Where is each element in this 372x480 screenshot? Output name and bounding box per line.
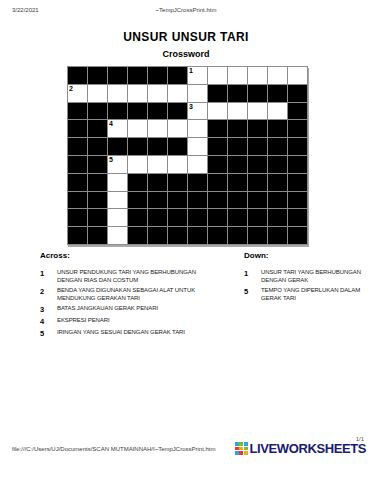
logo-icon-square — [244, 447, 248, 451]
block-cell — [268, 138, 287, 155]
letter-cell[interactable] — [188, 120, 207, 137]
letter-cell[interactable] — [208, 103, 227, 120]
crossword-grid: 12345 — [67, 66, 308, 245]
clue-item: 2BENDA YANG DIGUNAKAN SEBAGAI ALAT UNTUK… — [40, 287, 217, 302]
block-cell — [108, 138, 127, 155]
block-cell — [168, 138, 187, 155]
block-cell — [268, 209, 287, 226]
block-cell — [68, 103, 87, 120]
block-cell — [188, 192, 207, 209]
block-cell — [228, 209, 247, 226]
logo-icon-square — [239, 442, 243, 446]
letter-cell[interactable] — [288, 67, 307, 84]
block-cell — [248, 227, 267, 244]
block-cell — [128, 138, 147, 155]
clue-text: UNSUR PENDUKUNG TARI YANG BERHUBUNGAN DE… — [57, 269, 217, 284]
block-cell — [88, 103, 107, 120]
block-cell — [268, 156, 287, 173]
block-cell — [128, 67, 147, 84]
block-cell — [288, 192, 307, 209]
block-cell — [68, 138, 87, 155]
logo-icon-square — [235, 447, 239, 451]
block-cell — [168, 227, 187, 244]
down-clue-list: 1UNSUR TARI YANG BERHUBUNGAN DENGAN GERA… — [244, 269, 367, 302]
block-cell — [148, 227, 167, 244]
grid-clue-number: 5 — [109, 156, 113, 164]
block-cell — [268, 174, 287, 191]
logo-icon-square — [235, 442, 239, 446]
block-cell — [208, 156, 227, 173]
clue-number: 4 — [40, 317, 57, 326]
block-cell — [68, 174, 87, 191]
letter-cell[interactable]: 2 — [68, 85, 87, 102]
block-cell — [168, 103, 187, 120]
block-cell — [268, 192, 287, 209]
page-subtitle: Crossword — [0, 49, 372, 59]
grid-clue-number: 1 — [189, 67, 193, 75]
crossword-print-page: 3/22/2021 ~TempJCrossPrint.htm UNSUR UNS… — [0, 0, 372, 480]
letter-cell[interactable] — [128, 156, 147, 173]
clue-item: 1UNSUR PENDUKUNG TARI YANG BERHUBUNGAN D… — [40, 269, 217, 284]
liveworksheets-logo-text: LIVEWORKSHEETS — [250, 441, 366, 456]
logo-icon-square — [235, 451, 239, 455]
letter-cell[interactable] — [108, 174, 127, 191]
block-cell — [208, 209, 227, 226]
clue-number: 1 — [40, 269, 57, 284]
block-cell — [228, 85, 247, 102]
letter-cell[interactable] — [268, 67, 287, 84]
block-cell — [248, 174, 267, 191]
clue-item: 5IRINGAN YANG SESUAI DENGAN GERAK TARI — [40, 329, 217, 338]
block-cell — [128, 192, 147, 209]
block-cell — [288, 156, 307, 173]
block-cell — [288, 209, 307, 226]
clue-item: 1UNSUR TARI YANG BERHUBUNGAN DENGAN GERA… — [244, 269, 367, 284]
liveworksheets-logo[interactable]: LIVEWORKSHEETS — [235, 441, 366, 456]
block-cell — [88, 209, 107, 226]
block-cell — [108, 67, 127, 84]
clue-item: 5TEMPO YANG DIPERLUKAN DALAM GERAK TARI — [244, 287, 367, 302]
grid-clue-number: 3 — [189, 103, 193, 111]
header-filename: ~TempJCrossPrint.htm — [0, 7, 372, 14]
block-cell — [188, 174, 207, 191]
block-cell — [68, 209, 87, 226]
clue-number: 2 — [40, 287, 57, 302]
block-cell — [148, 138, 167, 155]
block-cell — [188, 227, 207, 244]
down-header: Down: — [244, 251, 367, 260]
block-cell — [208, 174, 227, 191]
logo-icon-square — [239, 447, 243, 451]
block-cell — [88, 120, 107, 137]
block-cell — [208, 120, 227, 137]
liveworksheets-grid-icon — [235, 442, 248, 455]
letter-cell[interactable] — [148, 156, 167, 173]
block-cell — [168, 209, 187, 226]
letter-cell[interactable] — [228, 103, 247, 120]
block-cell — [268, 227, 287, 244]
across-clues-section: Across: 1UNSUR PENDUKUNG TARI YANG BERHU… — [40, 251, 217, 341]
block-cell — [288, 138, 307, 155]
clue-text: UNSUR TARI YANG BERHUBUNGAN DENGAN GERAK — [261, 269, 367, 284]
grid-clue-number: 4 — [109, 120, 113, 128]
letter-cell[interactable]: 5 — [108, 156, 127, 173]
letter-cell[interactable] — [248, 103, 267, 120]
logo-icon-square — [239, 451, 243, 455]
letter-cell[interactable] — [188, 85, 207, 102]
clue-text: BENDA YANG DIGUNAKAN SEBAGAI ALAT UNTUK … — [57, 287, 217, 302]
letter-cell[interactable] — [168, 120, 187, 137]
block-cell — [208, 138, 227, 155]
grid-clue-number: 2 — [69, 85, 73, 93]
letter-cell[interactable] — [108, 227, 127, 244]
letter-cell[interactable] — [168, 156, 187, 173]
block-cell — [268, 85, 287, 102]
block-cell — [288, 120, 307, 137]
block-cell — [208, 227, 227, 244]
letter-cell[interactable] — [108, 85, 127, 102]
block-cell — [208, 192, 227, 209]
letter-cell[interactable] — [148, 85, 167, 102]
across-header: Across: — [40, 251, 217, 260]
block-cell — [228, 174, 247, 191]
block-cell — [208, 85, 227, 102]
clue-text: EKSPRESI PENARI — [57, 317, 217, 326]
block-cell — [288, 103, 307, 120]
letter-cell[interactable] — [248, 67, 267, 84]
block-cell — [68, 227, 87, 244]
clue-item: 4EKSPRESI PENARI — [40, 317, 217, 326]
block-cell — [248, 156, 267, 173]
block-cell — [288, 174, 307, 191]
block-cell — [88, 192, 107, 209]
block-cell — [88, 227, 107, 244]
block-cell — [228, 156, 247, 173]
block-cell — [128, 103, 147, 120]
block-cell — [128, 227, 147, 244]
block-cell — [188, 209, 207, 226]
block-cell — [248, 85, 267, 102]
block-cell — [248, 192, 267, 209]
block-cell — [148, 174, 167, 191]
block-cell — [148, 192, 167, 209]
down-clues-section: Down: 1UNSUR TARI YANG BERHUBUNGAN DENGA… — [244, 251, 367, 305]
letter-cell[interactable] — [208, 67, 227, 84]
block-cell — [88, 156, 107, 173]
clue-text: TEMPO YANG DIPERLUKAN DALAM GERAK TARI — [261, 287, 367, 302]
letter-cell[interactable] — [148, 120, 167, 137]
logo-icon-square — [244, 451, 248, 455]
block-cell — [88, 174, 107, 191]
block-cell — [128, 174, 147, 191]
letter-cell[interactable]: 3 — [188, 103, 207, 120]
letter-cell[interactable] — [228, 67, 247, 84]
block-cell — [68, 192, 87, 209]
letter-cell[interactable] — [108, 209, 127, 226]
letter-cell[interactable] — [188, 156, 207, 173]
clue-text: IRINGAN YANG SESUAI DENGAN GERAK TARI — [57, 329, 217, 338]
block-cell — [228, 138, 247, 155]
block-cell — [88, 67, 107, 84]
block-cell — [248, 209, 267, 226]
block-cell — [108, 103, 127, 120]
letter-cell[interactable] — [108, 192, 127, 209]
letter-cell[interactable] — [268, 103, 287, 120]
letter-cell[interactable] — [128, 120, 147, 137]
letter-cell[interactable] — [128, 85, 147, 102]
block-cell — [228, 192, 247, 209]
clue-number: 5 — [40, 329, 57, 338]
block-cell — [168, 192, 187, 209]
clue-text: BATAS JANGKAUAN GERAK PENARI — [57, 305, 217, 314]
block-cell — [148, 209, 167, 226]
block-cell — [148, 67, 167, 84]
block-cell — [268, 120, 287, 137]
letter-cell[interactable] — [188, 138, 207, 155]
clue-item: 3BATAS JANGKAUAN GERAK PENARI — [40, 305, 217, 314]
letter-cell[interactable] — [88, 85, 107, 102]
block-cell — [68, 120, 87, 137]
block-cell — [168, 67, 187, 84]
block-cell — [228, 120, 247, 137]
clue-number: 5 — [244, 287, 261, 302]
block-cell — [68, 156, 87, 173]
clue-number: 3 — [40, 305, 57, 314]
clue-number: 1 — [244, 269, 261, 284]
block-cell — [168, 174, 187, 191]
page-title: UNSUR UNSUR TARI — [0, 30, 372, 44]
block-cell — [248, 120, 267, 137]
across-clue-list: 1UNSUR PENDUKUNG TARI YANG BERHUBUNGAN D… — [40, 269, 217, 338]
letter-cell[interactable] — [168, 85, 187, 102]
block-cell — [288, 85, 307, 102]
footer-file-url: file:///C:/Users/UJ/Documents/SCAN MUTMA… — [12, 446, 216, 453]
logo-icon-square — [244, 442, 248, 446]
block-cell — [148, 103, 167, 120]
block-cell — [248, 138, 267, 155]
letter-cell[interactable]: 1 — [188, 67, 207, 84]
block-cell — [68, 67, 87, 84]
block-cell — [128, 209, 147, 226]
block-cell — [228, 227, 247, 244]
block-cell — [88, 138, 107, 155]
letter-cell[interactable]: 4 — [108, 120, 127, 137]
block-cell — [288, 227, 307, 244]
